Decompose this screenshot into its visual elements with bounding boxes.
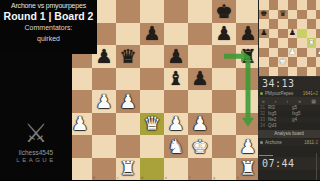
file-label: c — [117, 175, 119, 180]
top-player-row: PMyourPepes 1641 +2 — [258, 90, 320, 97]
square-c4[interactable]: ♟ — [116, 90, 140, 113]
white-knight-e2[interactable]: ♞ — [164, 135, 188, 158]
control-icon[interactable]: « — [262, 98, 265, 104]
square-g4[interactable] — [212, 90, 236, 113]
square-b2[interactable] — [92, 135, 116, 158]
square-g6[interactable] — [212, 45, 236, 68]
square-b1[interactable]: b — [92, 158, 116, 181]
square-c3[interactable] — [116, 113, 140, 136]
mini-square — [269, 29, 279, 39]
analysis-board-button[interactable]: Analysis board — [258, 130, 320, 138]
mini-square — [307, 19, 317, 29]
mini-square — [297, 48, 307, 58]
square-d8[interactable] — [140, 0, 164, 23]
mini-square — [307, 67, 317, 77]
square-d7[interactable]: ♟ — [140, 23, 164, 46]
square-g8[interactable]: ♚ — [212, 0, 236, 23]
square-g3[interactable] — [212, 113, 236, 136]
bottom-player-rating: 1811 — [304, 140, 314, 145]
move[interactable] — [292, 123, 316, 129]
mini-square — [316, 57, 320, 67]
logo-subtext: LEAGUE — [0, 157, 72, 163]
square-d4[interactable] — [140, 90, 164, 113]
black-bishop-e5[interactable]: ♝ — [164, 68, 188, 91]
square-f8[interactable] — [188, 0, 212, 23]
square-b3[interactable] — [92, 113, 116, 136]
mini-square — [297, 67, 307, 77]
mini-piece: ♟ — [259, 29, 269, 39]
square-f6[interactable] — [188, 45, 212, 68]
square-f4[interactable] — [188, 90, 212, 113]
mini-square — [269, 48, 279, 58]
square-h4[interactable] — [236, 90, 260, 113]
square-c1[interactable]: c♜ — [116, 158, 140, 181]
square-h6[interactable]: ♜ — [236, 45, 260, 68]
top-player-clock: 34:13 — [258, 77, 320, 90]
mini-piece: ♚ — [259, 10, 269, 20]
file-label: g — [213, 175, 215, 180]
mini-square — [288, 57, 298, 67]
mini-square — [259, 19, 269, 29]
mini-square — [307, 10, 317, 20]
mini-square — [288, 0, 298, 10]
mini-square — [278, 0, 288, 10]
square-e6[interactable]: ♟ — [164, 45, 188, 68]
white-pawn-c4[interactable]: ♟ — [116, 90, 140, 113]
square-g5[interactable] — [212, 68, 236, 91]
square-d2[interactable] — [140, 135, 164, 158]
white-pawn-b4[interactable]: ♟ — [92, 90, 116, 113]
mini-square — [288, 10, 298, 20]
players-line: Archone vs pmyourpepes — [0, 0, 97, 9]
mini-square: ♛ — [278, 10, 288, 20]
file-label: f — [189, 175, 190, 180]
crossed-swords-icon: ⚔ — [0, 118, 72, 148]
match-title-overlay: Archone vs pmyourpepes Round 1 | Board 2… — [0, 0, 97, 54]
file-label: d — [141, 175, 143, 180]
mini-square — [278, 19, 288, 29]
mini-piece: ♟ — [288, 29, 298, 39]
mini-square — [269, 67, 279, 77]
mini-square — [278, 48, 288, 58]
mini-square: ♟ — [316, 48, 320, 58]
bottom-player-rating-delta: -2 — [314, 140, 318, 145]
top-player-rating: 1641 — [303, 91, 313, 96]
square-e7[interactable] — [164, 23, 188, 46]
mini-square — [297, 0, 307, 10]
commentators-label: Commentators: — [0, 24, 97, 31]
square-h1[interactable]: h♜ — [236, 158, 260, 181]
mini-square — [288, 67, 298, 77]
square-f5[interactable]: ♟ — [188, 68, 212, 91]
white-rook-c1[interactable]: ♜ — [116, 158, 140, 181]
square-f7[interactable] — [188, 23, 212, 46]
sidebar-panel: 34:13 PMyourPepes 1641 +2 «‹›»▦ 31Rf2g53… — [258, 76, 320, 180]
square-e5[interactable]: ♝ — [164, 68, 188, 91]
square-h2[interactable]: ♟ — [236, 135, 260, 158]
mini-square — [297, 57, 307, 67]
black-queen-c6[interactable]: ♛ — [116, 45, 140, 68]
online-dot-icon — [260, 92, 263, 95]
mini-square — [269, 19, 279, 29]
white-king-f2[interactable]: ♚ — [188, 135, 212, 158]
mini-square — [307, 48, 317, 58]
move-row: 34Qd3 — [258, 123, 320, 129]
panel-edge-line — [316, 153, 317, 180]
square-d6[interactable] — [140, 45, 164, 68]
lichess4545-logo: ⚔ lichess4545 LEAGUE — [0, 118, 72, 163]
mini-square — [307, 29, 317, 39]
mini-square — [259, 38, 269, 48]
file-label: b — [93, 175, 95, 180]
mini-square — [259, 0, 269, 10]
mini-square — [316, 0, 320, 10]
move-number: 34 — [260, 123, 268, 129]
mini-square — [278, 38, 288, 48]
mini-square — [307, 0, 317, 10]
control-icon[interactable]: › — [287, 98, 289, 104]
square-h3[interactable] — [236, 113, 260, 136]
stream-frame: ♜♚♟♟♟♟♟♛♟♜♝♟♟♟♟♛♟♟♞♚♟abc♜defgh♜ ⚔ liches… — [0, 0, 320, 180]
mini-square — [307, 57, 317, 67]
white-pawn-e3[interactable]: ♟ — [164, 113, 188, 136]
control-icon[interactable]: ‹ — [275, 98, 277, 104]
clock-indicator-bar — [259, 155, 273, 156]
control-icon[interactable]: » — [298, 98, 301, 104]
mini-square — [259, 48, 269, 58]
square-d5[interactable] — [140, 68, 164, 91]
square-c6[interactable]: ♛ — [116, 45, 140, 68]
top-player-rating-delta: +2 — [313, 91, 318, 96]
black-pawn-d7[interactable]: ♟ — [140, 23, 164, 46]
mini-square — [278, 67, 288, 77]
move-list: 31Rf2g532fxg5fxg533Ne2g434Qd3 — [258, 105, 320, 129]
mini-square: ♚ — [259, 10, 269, 20]
logo-text: lichess4545 — [0, 149, 72, 156]
square-g2[interactable] — [212, 135, 236, 158]
square-g7[interactable]: ♟ — [212, 23, 236, 46]
black-king-g8[interactable]: ♚ — [212, 0, 236, 23]
black-pawn-e6[interactable]: ♟ — [164, 45, 188, 68]
square-h5[interactable] — [236, 68, 260, 91]
commentator-name: quirked — [0, 35, 97, 42]
round-board-line: Round 1 | Board 2 — [0, 10, 97, 22]
square-e2[interactable]: ♞ — [164, 135, 188, 158]
mini-square — [297, 19, 307, 29]
move[interactable]: Qd3 — [268, 123, 292, 129]
square-d1[interactable]: d — [140, 158, 164, 181]
secondary-mini-board: ♚♛♟♟♜♟♟♚ — [259, 0, 320, 76]
mini-square: ♟ — [288, 29, 298, 39]
square-f3[interactable]: ♟ — [188, 113, 212, 136]
mini-piece: ♚ — [278, 57, 288, 67]
square-b4[interactable]: ♟ — [92, 90, 116, 113]
square-h7[interactable]: ♟ — [236, 23, 260, 46]
game-sidebar: ♚♛♟♟♜♟♟♚ 34:13 PMyourPepes 1641 +2 «‹›»▦… — [258, 0, 320, 180]
black-rook-h6[interactable]: ♜ — [236, 45, 260, 68]
mini-square — [269, 0, 279, 10]
square-b5[interactable] — [92, 68, 116, 91]
move-controls: «‹›»▦ — [258, 97, 320, 105]
square-h8[interactable] — [236, 0, 260, 23]
bottom-player-name: Archone — [265, 140, 302, 145]
control-icon[interactable]: ▦ — [311, 98, 316, 104]
mini-piece: ♛ — [278, 10, 288, 20]
square-f2[interactable]: ♚ — [188, 135, 212, 158]
square-e3[interactable]: ♟ — [164, 113, 188, 136]
file-label: h — [237, 175, 239, 180]
square-c7[interactable] — [116, 23, 140, 46]
black-pawn-h7[interactable]: ♟ — [236, 23, 260, 46]
white-pawn-f3[interactable]: ♟ — [188, 113, 212, 136]
mini-piece: ♜ — [307, 38, 317, 48]
mini-square — [288, 19, 298, 29]
mini-square — [297, 10, 307, 20]
square-c2[interactable] — [116, 135, 140, 158]
white-rook-h1[interactable]: ♜ — [236, 158, 260, 181]
square-g1[interactable]: g — [212, 158, 236, 181]
mini-square: ♟ — [259, 29, 269, 39]
mini-square — [297, 38, 307, 48]
bottom-player-row: Archone 1811 -2 — [258, 139, 320, 146]
file-label: e — [165, 175, 167, 180]
square-c5[interactable] — [116, 68, 140, 91]
square-f1[interactable]: f — [188, 158, 212, 181]
black-pawn-f5[interactable]: ♟ — [188, 68, 212, 91]
square-c8[interactable] — [116, 0, 140, 23]
mini-square — [278, 29, 288, 39]
square-e1[interactable]: e — [164, 158, 188, 181]
mini-piece: ♟ — [316, 48, 320, 58]
mini-square — [316, 10, 320, 20]
mini-square — [269, 57, 279, 67]
mini-square: ♜ — [307, 38, 317, 48]
square-e4[interactable] — [164, 90, 188, 113]
square-d3[interactable]: ♛ — [140, 113, 164, 136]
mini-square — [259, 67, 269, 77]
bottom-player-clock: 07:44 — [258, 157, 320, 170]
mini-square — [316, 29, 320, 39]
square-e8[interactable] — [164, 0, 188, 23]
top-player-name: PMyourPepes — [265, 91, 301, 96]
white-pawn-h2[interactable]: ♟ — [236, 135, 260, 158]
mini-piece: ♟ — [288, 48, 298, 58]
mini-square: ♚ — [278, 57, 288, 67]
player-dot-icon — [260, 141, 263, 144]
mini-square — [269, 38, 279, 48]
mini-square — [269, 10, 279, 20]
mini-square — [259, 57, 269, 67]
mini-square: ♟ — [288, 48, 298, 58]
black-pawn-g7[interactable]: ♟ — [212, 23, 236, 46]
mini-square — [316, 67, 320, 77]
mini-square — [297, 29, 307, 39]
white-queen-d3[interactable]: ♛ — [140, 113, 164, 136]
mini-square — [316, 19, 320, 29]
